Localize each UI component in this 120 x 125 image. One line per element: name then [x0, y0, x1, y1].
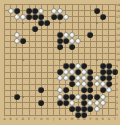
star-point — [22, 22, 24, 24]
black-stone — [75, 69, 81, 75]
black-stone — [57, 38, 63, 44]
black-stone — [26, 14, 32, 20]
black-stone — [32, 14, 38, 20]
black-stone — [81, 63, 87, 69]
white-stone — [75, 75, 81, 81]
black-stone — [75, 106, 81, 112]
white-stone — [100, 100, 106, 106]
row-label: 17 — [116, 15, 120, 18]
grid-line — [108, 4, 109, 116]
row-label: 13 — [116, 40, 120, 43]
column-label: P — [90, 118, 92, 121]
row-label: 6 — [116, 83, 118, 86]
black-stone — [87, 87, 93, 93]
row-label: 7 — [116, 77, 118, 80]
black-stone — [69, 63, 75, 69]
black-stone — [100, 63, 106, 69]
row-label: 8 — [116, 71, 118, 74]
white-stone — [57, 94, 63, 100]
black-stone — [69, 94, 75, 100]
black-stone — [69, 75, 75, 81]
black-stone — [63, 94, 69, 100]
white-stone — [69, 100, 75, 106]
white-stone — [51, 8, 57, 14]
white-stone — [14, 32, 20, 38]
column-label: A — [3, 118, 5, 121]
black-stone — [106, 63, 112, 69]
black-stone — [106, 81, 112, 87]
white-stone — [69, 38, 75, 44]
row-label: 2 — [116, 107, 118, 110]
white-stone — [100, 81, 106, 87]
white-stone — [75, 94, 81, 100]
column-label: D — [22, 118, 24, 121]
column-label: M — [71, 118, 74, 121]
column-label: G — [40, 118, 42, 121]
white-stone — [81, 69, 87, 75]
black-stone — [100, 87, 106, 93]
black-stone — [69, 44, 75, 50]
black-stone — [14, 8, 20, 14]
black-stone — [38, 20, 44, 26]
black-stone — [44, 20, 50, 26]
black-stone — [87, 69, 93, 75]
black-stone — [26, 8, 32, 14]
row-label: 9 — [116, 64, 118, 67]
black-stone — [63, 38, 69, 44]
black-stone — [38, 100, 44, 106]
black-stone — [87, 94, 93, 100]
star-point — [22, 96, 24, 98]
white-stone — [63, 32, 69, 38]
black-stone — [100, 75, 106, 81]
grid-line — [4, 65, 116, 66]
star-point — [22, 59, 24, 61]
column-label: J — [53, 118, 54, 121]
white-stone — [94, 75, 100, 81]
row-label: 15 — [116, 28, 120, 31]
column-label: O — [83, 118, 85, 121]
white-stone — [14, 14, 20, 20]
black-stone — [38, 14, 44, 20]
grid-line — [4, 115, 116, 116]
black-stone — [81, 100, 87, 106]
black-stone — [63, 63, 69, 69]
star-point — [96, 22, 98, 24]
black-stone — [87, 75, 93, 81]
black-stone — [69, 81, 75, 87]
white-stone — [81, 81, 87, 87]
white-stone — [69, 69, 75, 75]
black-stone — [100, 14, 106, 20]
black-stone — [32, 26, 38, 32]
row-label: 19 — [116, 3, 120, 6]
black-stone — [87, 106, 93, 112]
white-stone — [57, 8, 63, 14]
white-stone — [63, 69, 69, 75]
black-stone — [106, 75, 112, 81]
column-label: S — [108, 118, 110, 121]
white-stone — [94, 81, 100, 87]
black-stone — [14, 94, 20, 100]
row-label: 12 — [116, 46, 120, 49]
row-label: 4 — [116, 95, 118, 98]
column-label: K — [59, 118, 61, 121]
column-label: N — [77, 118, 79, 121]
black-stone — [57, 32, 63, 38]
go-board[interactable]: ABCDEFGHJKLMNOPQRST191817161514131211109… — [0, 0, 120, 125]
row-label: 14 — [116, 34, 120, 37]
white-stone — [100, 94, 106, 100]
black-stone — [81, 94, 87, 100]
black-stone — [87, 81, 93, 87]
white-stone — [63, 14, 69, 20]
white-stone — [75, 38, 81, 44]
black-stone — [20, 38, 26, 44]
black-stone — [38, 87, 44, 93]
white-stone — [106, 87, 112, 93]
white-stone — [94, 100, 100, 106]
row-label: 11 — [116, 52, 120, 55]
white-stone — [57, 87, 63, 93]
row-label: 18 — [116, 9, 120, 12]
white-stone — [81, 75, 87, 81]
white-stone — [63, 75, 69, 81]
column-label: E — [28, 118, 30, 121]
column-label: C — [16, 118, 18, 121]
black-stone — [106, 69, 112, 75]
black-stone — [57, 69, 63, 75]
black-stone — [94, 8, 100, 14]
column-label: R — [102, 118, 104, 121]
column-label: L — [65, 118, 67, 121]
white-stone — [57, 75, 63, 81]
black-stone — [57, 44, 63, 50]
white-stone — [75, 63, 81, 69]
row-label: 1 — [116, 114, 118, 117]
row-label: 5 — [116, 89, 118, 92]
row-label: 3 — [116, 101, 118, 104]
star-point — [59, 22, 61, 24]
white-stone — [14, 38, 20, 44]
black-stone — [81, 87, 87, 93]
white-stone — [75, 81, 81, 87]
white-stone — [87, 100, 93, 106]
black-stone — [57, 100, 63, 106]
column-label: B — [10, 118, 12, 121]
black-stone — [69, 106, 75, 112]
white-stone — [38, 8, 44, 14]
white-stone — [94, 106, 100, 112]
white-stone — [20, 14, 26, 20]
black-stone — [63, 100, 69, 106]
black-stone — [94, 94, 100, 100]
black-stone — [32, 8, 38, 14]
column-label: F — [34, 118, 36, 121]
row-label: 16 — [116, 21, 120, 24]
white-stone — [8, 8, 14, 14]
white-stone — [69, 32, 75, 38]
black-stone — [57, 14, 63, 20]
column-label: T — [114, 118, 116, 121]
star-point — [96, 59, 98, 61]
black-stone — [100, 69, 106, 75]
column-label: H — [46, 118, 48, 121]
star-point — [59, 59, 61, 61]
black-stone — [81, 106, 87, 112]
row-label: 10 — [116, 58, 120, 61]
column-label: Q — [95, 118, 97, 121]
black-stone — [87, 32, 93, 38]
black-stone — [63, 87, 69, 93]
black-stone — [51, 14, 57, 20]
